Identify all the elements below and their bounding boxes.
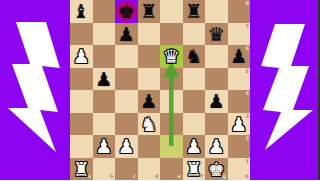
square-e5[interactable]	[160, 68, 183, 91]
square-d8[interactable]: ♜	[138, 0, 161, 23]
square-f3[interactable]	[183, 113, 206, 136]
square-h7[interactable]: 7	[228, 23, 251, 46]
square-b8[interactable]	[93, 0, 116, 23]
square-f5[interactable]	[183, 68, 206, 91]
black-knight-f6[interactable]: ♞	[183, 45, 206, 68]
square-f1[interactable]: f♜	[183, 158, 206, 181]
square-d3[interactable]: ♞	[138, 113, 161, 136]
rank-label-8: 8	[246, 1, 249, 6]
file-label-b: b	[110, 174, 114, 179]
black-pawn-c7[interactable]: ♟	[115, 23, 138, 46]
white-knight-d3[interactable]: ♞	[138, 113, 161, 136]
square-h3[interactable]: 3♟	[228, 113, 251, 136]
white-pawn-g2[interactable]: ♟	[205, 135, 228, 158]
rank-label-1: 1	[246, 159, 249, 164]
square-d7[interactable]	[138, 23, 161, 46]
square-b4[interactable]	[93, 90, 116, 113]
square-f8[interactable]: ♜	[183, 0, 206, 23]
square-g8[interactable]	[205, 0, 228, 23]
black-pawn-b5[interactable]: ♟	[93, 68, 116, 91]
square-b7[interactable]	[93, 23, 116, 46]
file-label-g: g	[222, 174, 226, 179]
black-king-c8[interactable]: ♚	[115, 0, 138, 23]
square-f7[interactable]	[183, 23, 206, 46]
square-c8[interactable]: ♚	[115, 0, 138, 23]
file-label-c: c	[133, 174, 136, 179]
square-g3[interactable]	[205, 113, 228, 136]
square-g1[interactable]: g♚	[205, 158, 228, 181]
file-label-d: d	[155, 174, 159, 179]
square-h6[interactable]: 6♟	[228, 45, 251, 68]
square-a1[interactable]: a♜	[70, 158, 93, 181]
black-pawn-d4[interactable]: ♟	[138, 90, 161, 113]
square-h2[interactable]: 2	[228, 135, 251, 158]
square-c4[interactable]	[115, 90, 138, 113]
white-pawn-b2[interactable]: ♟	[93, 135, 116, 158]
square-a2[interactable]	[70, 135, 93, 158]
black-pawn-g4[interactable]: ♟	[205, 90, 228, 113]
black-rook-d8[interactable]: ♜	[138, 0, 161, 23]
square-a4[interactable]	[70, 90, 93, 113]
square-c2[interactable]: ♟	[115, 135, 138, 158]
black-queen-g7[interactable]: ♛	[205, 23, 228, 46]
square-c3[interactable]	[115, 113, 138, 136]
video-frame: ♝♚♜♜8♟♛7♟♛♞6♟♟5♟♟4♞3♟♟♟♟♟2a♜bcdef♜g♚1h	[0, 0, 320, 180]
square-c6[interactable]	[115, 45, 138, 68]
square-h4[interactable]: 4	[228, 90, 251, 113]
rank-label-5: 5	[246, 69, 249, 74]
rank-label-7: 7	[246, 24, 249, 29]
square-h8[interactable]: 8	[228, 0, 251, 23]
square-e3[interactable]	[160, 113, 183, 136]
square-g2[interactable]: ♟	[205, 135, 228, 158]
square-g7[interactable]: ♛	[205, 23, 228, 46]
black-bishop-a8[interactable]: ♝	[70, 0, 93, 23]
square-f4[interactable]	[183, 90, 206, 113]
square-a6[interactable]: ♟	[70, 45, 93, 68]
square-a5[interactable]	[70, 68, 93, 91]
file-label-e: e	[178, 174, 181, 179]
rank-label-4: 4	[246, 91, 249, 96]
square-e1[interactable]: e	[160, 158, 183, 181]
square-e6[interactable]: ♛	[160, 45, 183, 68]
white-pawn-f2[interactable]: ♟	[183, 135, 206, 158]
square-e7[interactable]	[160, 23, 183, 46]
rank-label-6: 6	[246, 46, 249, 51]
chess-board[interactable]: ♝♚♜♜8♟♛7♟♛♞6♟♟5♟♟4♞3♟♟♟♟♟2a♜bcdef♜g♚1h	[70, 0, 250, 180]
square-h5[interactable]: 5	[228, 68, 251, 91]
square-c1[interactable]: c	[115, 158, 138, 181]
square-c7[interactable]: ♟	[115, 23, 138, 46]
square-c5[interactable]	[115, 68, 138, 91]
square-d6[interactable]	[138, 45, 161, 68]
white-pawn-a6[interactable]: ♟	[70, 45, 93, 68]
square-e2[interactable]	[160, 135, 183, 158]
square-h1[interactable]: 1h	[228, 158, 251, 181]
square-d1[interactable]: d	[138, 158, 161, 181]
lightning-bolt-right-icon	[261, 24, 313, 150]
square-d4[interactable]: ♟	[138, 90, 161, 113]
square-b3[interactable]	[93, 113, 116, 136]
square-b2[interactable]: ♟	[93, 135, 116, 158]
rank-label-2: 2	[246, 136, 249, 141]
square-d2[interactable]	[138, 135, 161, 158]
square-f2[interactable]: ♟	[183, 135, 206, 158]
white-queen-e6[interactable]: ♛	[160, 45, 183, 68]
black-rook-f8[interactable]: ♜	[183, 0, 206, 23]
lightning-bolt-left-icon	[8, 22, 60, 152]
file-label-h: h	[245, 174, 249, 179]
square-d5[interactable]	[138, 68, 161, 91]
white-pawn-c2[interactable]: ♟	[115, 135, 138, 158]
square-g4[interactable]: ♟	[205, 90, 228, 113]
square-b5[interactable]: ♟	[93, 68, 116, 91]
file-label-a: a	[88, 174, 91, 179]
square-a8[interactable]: ♝	[70, 0, 93, 23]
square-e4[interactable]	[160, 90, 183, 113]
square-b1[interactable]: b	[93, 158, 116, 181]
square-g5[interactable]	[205, 68, 228, 91]
rank-label-3: 3	[246, 114, 249, 119]
square-a7[interactable]	[70, 23, 93, 46]
square-b6[interactable]	[93, 45, 116, 68]
square-e8[interactable]	[160, 0, 183, 23]
file-label-f: f	[201, 174, 203, 179]
square-a3[interactable]	[70, 113, 93, 136]
square-g6[interactable]	[205, 45, 228, 68]
square-f6[interactable]: ♞	[183, 45, 206, 68]
